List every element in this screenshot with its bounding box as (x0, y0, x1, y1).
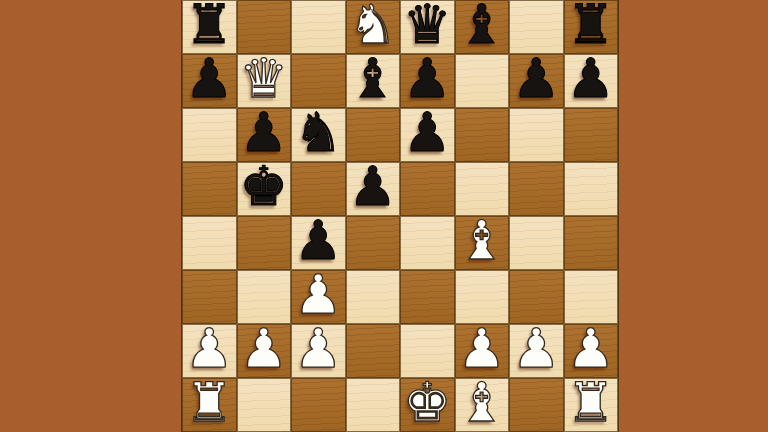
black-pawn: ♟ (512, 52, 560, 106)
square-c4[interactable]: ♟ (291, 216, 346, 270)
square-e3[interactable] (400, 270, 455, 324)
white-pawn: ♟ (185, 322, 233, 376)
black-rook: ♜ (185, 0, 233, 52)
square-c3[interactable]: ♟ (291, 270, 346, 324)
white-rook: ♜ (567, 376, 615, 430)
square-h3[interactable] (564, 270, 619, 324)
white-rook: ♜ (185, 376, 233, 430)
square-d6[interactable] (346, 108, 401, 162)
square-f8[interactable]: ♝ (455, 0, 510, 54)
white-pawn: ♟ (512, 322, 560, 376)
square-d7[interactable]: ♝ (346, 54, 401, 108)
square-b2[interactable]: ♟ (237, 324, 292, 378)
square-h4[interactable] (564, 216, 619, 270)
white-pawn: ♟ (567, 322, 615, 376)
white-pawn: ♟ (294, 268, 342, 322)
square-g3[interactable] (509, 270, 564, 324)
square-a5[interactable] (182, 162, 237, 216)
black-pawn: ♟ (185, 52, 233, 106)
square-b5[interactable]: ♚ (237, 162, 292, 216)
white-pawn: ♟ (294, 322, 342, 376)
chess-board: ♜♞♛♝♜♟♛♝♟♟♟♟♞♟♚♟♟♝♟♟♟♟♟♟♟♜♚♝♜ (181, 0, 619, 432)
black-king: ♚ (240, 160, 288, 214)
square-g4[interactable] (509, 216, 564, 270)
square-a4[interactable] (182, 216, 237, 270)
square-h2[interactable]: ♟ (564, 324, 619, 378)
square-e4[interactable] (400, 216, 455, 270)
black-knight: ♞ (294, 106, 342, 160)
square-c7[interactable] (291, 54, 346, 108)
square-c6[interactable]: ♞ (291, 108, 346, 162)
white-knight: ♞ (349, 0, 397, 52)
square-d3[interactable] (346, 270, 401, 324)
square-b8[interactable] (237, 0, 292, 54)
black-pawn: ♟ (240, 106, 288, 160)
square-b4[interactable] (237, 216, 292, 270)
square-c8[interactable] (291, 0, 346, 54)
square-f1[interactable]: ♝ (455, 378, 510, 432)
square-b7[interactable]: ♛ (237, 54, 292, 108)
square-f5[interactable] (455, 162, 510, 216)
square-b1[interactable] (237, 378, 292, 432)
square-b6[interactable]: ♟ (237, 108, 292, 162)
square-g7[interactable]: ♟ (509, 54, 564, 108)
square-d4[interactable] (346, 216, 401, 270)
square-d2[interactable] (346, 324, 401, 378)
black-pawn: ♟ (567, 52, 615, 106)
square-d1[interactable] (346, 378, 401, 432)
square-h7[interactable]: ♟ (564, 54, 619, 108)
square-b3[interactable] (237, 270, 292, 324)
square-c2[interactable]: ♟ (291, 324, 346, 378)
square-f7[interactable] (455, 54, 510, 108)
square-a2[interactable]: ♟ (182, 324, 237, 378)
square-d8[interactable]: ♞ (346, 0, 401, 54)
square-a6[interactable] (182, 108, 237, 162)
white-bishop: ♝ (458, 214, 506, 268)
square-c5[interactable] (291, 162, 346, 216)
square-e8[interactable]: ♛ (400, 0, 455, 54)
square-f4[interactable]: ♝ (455, 216, 510, 270)
square-c1[interactable] (291, 378, 346, 432)
square-a8[interactable]: ♜ (182, 0, 237, 54)
square-e2[interactable] (400, 324, 455, 378)
square-g1[interactable] (509, 378, 564, 432)
white-pawn: ♟ (458, 322, 506, 376)
square-a7[interactable]: ♟ (182, 54, 237, 108)
black-bishop: ♝ (349, 52, 397, 106)
square-g8[interactable] (509, 0, 564, 54)
square-a1[interactable]: ♜ (182, 378, 237, 432)
square-f2[interactable]: ♟ (455, 324, 510, 378)
square-h1[interactable]: ♜ (564, 378, 619, 432)
square-g5[interactable] (509, 162, 564, 216)
square-e6[interactable]: ♟ (400, 108, 455, 162)
white-king: ♚ (403, 376, 451, 430)
black-pawn: ♟ (294, 214, 342, 268)
square-a3[interactable] (182, 270, 237, 324)
square-h8[interactable]: ♜ (564, 0, 619, 54)
black-pawn: ♟ (349, 160, 397, 214)
square-h6[interactable] (564, 108, 619, 162)
square-h5[interactable] (564, 162, 619, 216)
square-d5[interactable]: ♟ (346, 162, 401, 216)
square-e5[interactable] (400, 162, 455, 216)
page-background: ♜♞♛♝♜♟♛♝♟♟♟♟♞♟♚♟♟♝♟♟♟♟♟♟♟♜♚♝♜ (0, 0, 768, 432)
black-pawn: ♟ (403, 52, 451, 106)
black-queen: ♛ (403, 0, 451, 52)
black-rook: ♜ (567, 0, 615, 52)
white-bishop: ♝ (458, 376, 506, 430)
square-f6[interactable] (455, 108, 510, 162)
square-g2[interactable]: ♟ (509, 324, 564, 378)
black-pawn: ♟ (403, 106, 451, 160)
white-queen: ♛ (240, 52, 288, 106)
square-f3[interactable] (455, 270, 510, 324)
white-pawn: ♟ (240, 322, 288, 376)
square-e1[interactable]: ♚ (400, 378, 455, 432)
square-g6[interactable] (509, 108, 564, 162)
square-e7[interactable]: ♟ (400, 54, 455, 108)
black-bishop: ♝ (458, 0, 506, 52)
